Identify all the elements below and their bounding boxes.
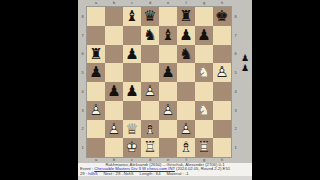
piece-black-pawn[interactable]: ♟: [177, 26, 195, 45]
letterbox-left-bar: [0, 0, 78, 180]
square-a2[interactable]: [87, 120, 105, 139]
coord-label: e: [159, 0, 177, 6]
square-b1[interactable]: [105, 138, 123, 157]
piece-black-pawn[interactable]: ♟: [123, 82, 141, 101]
coord-label: 5: [233, 70, 238, 75]
piece-black-rook[interactable]: ♜: [87, 45, 105, 64]
material-value: -1: [185, 171, 189, 176]
coord-label: b: [105, 0, 123, 6]
piece-black-pawn[interactable]: ♟: [123, 45, 141, 64]
square-d7[interactable]: ♞: [141, 26, 159, 45]
piece-black-knight[interactable]: ♞: [177, 45, 195, 64]
square-g1[interactable]: ♜♖: [195, 138, 213, 157]
square-a6[interactable]: ♜: [87, 45, 105, 64]
square-h1[interactable]: [213, 138, 231, 157]
square-c2[interactable]: ♛♕: [123, 120, 141, 139]
piece-white-pawn[interactable]: ♟♙: [105, 120, 123, 139]
square-d4[interactable]: ♟♙: [141, 82, 159, 101]
square-b8[interactable]: [105, 7, 123, 26]
move-played[interactable]: h4h5: [88, 171, 97, 176]
coord-label: 1: [233, 145, 238, 150]
square-f8[interactable]: ♜: [177, 7, 195, 26]
chess-gui-panel: abcdefgh 87654321 ♝♛♜♚♞♝♟♟♜♟♞♟♟♞♘♟♙♟♟♟♙♟…: [78, 0, 252, 180]
piece-white-queen[interactable]: ♛♕: [123, 120, 141, 139]
square-d3[interactable]: [141, 101, 159, 120]
coord-label: 5: [80, 70, 85, 75]
rank-labels-left: 87654321: [80, 7, 85, 157]
letterbox-right-bar: [252, 0, 320, 180]
coord-label: 4: [80, 89, 85, 94]
material-label: Material :: [167, 171, 184, 176]
length-value: 64: [156, 171, 161, 176]
square-a7[interactable]: [87, 26, 105, 45]
square-c3[interactable]: [123, 101, 141, 120]
square-g8[interactable]: [195, 7, 213, 26]
piece-black-pawn[interactable]: ♟: [195, 26, 213, 45]
chess-board[interactable]: ♝♛♜♚♞♝♟♟♜♟♞♟♟♞♘♟♙♟♟♟♙♟♙♟♙♞♘♟♙♛♕♝♗♟♙♚♔♜♖♝…: [87, 7, 231, 157]
piece-white-pawn[interactable]: ♟♙: [141, 82, 159, 101]
square-h2[interactable]: [213, 120, 231, 139]
square-h3[interactable]: [213, 101, 231, 120]
square-b4[interactable]: ♟: [105, 82, 123, 101]
square-d8[interactable]: ♛: [141, 7, 159, 26]
coord-label: 4: [233, 89, 238, 94]
piece-white-bishop[interactable]: ♝♗: [177, 138, 195, 157]
square-e3[interactable]: ♟♙: [159, 101, 177, 120]
coord-label: 1: [80, 145, 85, 150]
piece-white-pawn[interactable]: ♟♙: [87, 101, 105, 120]
square-g2[interactable]: [195, 120, 213, 139]
square-c4[interactable]: ♟: [123, 82, 141, 101]
coord-label: a: [87, 0, 105, 6]
square-a4[interactable]: [87, 82, 105, 101]
piece-white-pawn[interactable]: ♟♙: [159, 101, 177, 120]
length-label: Length :: [140, 171, 155, 176]
letterbox-stage: abcdefgh 87654321 ♝♛♜♚♞♝♟♟♜♟♞♟♟♞♘♟♙♟♟♟♙♟…: [0, 0, 320, 180]
coord-label: 8: [233, 14, 238, 19]
square-b5[interactable]: [105, 63, 123, 82]
piece-black-queen[interactable]: ♛: [141, 7, 159, 26]
square-e6[interactable]: [159, 45, 177, 64]
piece-white-rook[interactable]: ♜♖: [141, 138, 159, 157]
coord-label: h: [213, 0, 231, 6]
square-c8[interactable]: ♝: [123, 7, 141, 26]
piece-black-bishop[interactable]: ♝: [123, 7, 141, 26]
piece-black-pawn[interactable]: ♟: [87, 63, 105, 82]
square-f2[interactable]: ♟♙: [177, 120, 195, 139]
captured-pawn-icon: ♟: [239, 53, 251, 63]
square-e4[interactable]: [159, 82, 177, 101]
square-e8[interactable]: [159, 7, 177, 26]
coord-label: 3: [233, 108, 238, 113]
piece-white-knight[interactable]: ♞♘: [195, 63, 213, 82]
piece-white-pawn[interactable]: ♟♙: [213, 63, 231, 82]
square-g5[interactable]: ♞♘: [195, 63, 213, 82]
captured-pieces-tray: ♟♟: [239, 53, 251, 73]
square-h6[interactable]: [213, 45, 231, 64]
square-c5[interactable]: [123, 63, 141, 82]
coord-label: 2: [233, 126, 238, 131]
piece-black-pawn[interactable]: ♟: [105, 82, 123, 101]
captured-pawn-icon: ♟: [239, 63, 251, 73]
square-f7[interactable]: ♟: [177, 26, 195, 45]
square-d2[interactable]: ♝♗: [141, 120, 159, 139]
square-a1[interactable]: [87, 138, 105, 157]
piece-white-bishop[interactable]: ♝♗: [141, 120, 159, 139]
square-b3[interactable]: [105, 101, 123, 120]
square-a8[interactable]: [87, 7, 105, 26]
square-h8[interactable]: ♚: [213, 7, 231, 26]
square-d1[interactable]: ♜♖: [141, 138, 159, 157]
coord-label: 8: [80, 14, 85, 19]
square-g4[interactable]: [195, 82, 213, 101]
square-h7[interactable]: [213, 26, 231, 45]
square-e5[interactable]: ♟: [159, 63, 177, 82]
coord-label: f: [177, 0, 195, 6]
square-c7[interactable]: [123, 26, 141, 45]
square-a5[interactable]: ♟: [87, 63, 105, 82]
square-g6[interactable]: [195, 45, 213, 64]
square-b6[interactable]: [105, 45, 123, 64]
coord-label: 7: [233, 33, 238, 38]
square-h4[interactable]: [213, 82, 231, 101]
square-h5[interactable]: ♟♙: [213, 63, 231, 82]
square-d5[interactable]: [141, 63, 159, 82]
coord-label: 3: [80, 108, 85, 113]
coord-label: d: [141, 0, 159, 6]
piece-black-bishop[interactable]: ♝: [159, 26, 177, 45]
square-d6[interactable]: [141, 45, 159, 64]
square-f3[interactable]: [177, 101, 195, 120]
piece-white-rook[interactable]: ♜♖: [195, 138, 213, 157]
piece-black-knight[interactable]: ♞: [141, 26, 159, 45]
file-labels-top: abcdefgh: [87, 0, 231, 6]
square-g3[interactable]: ♞♘: [195, 101, 213, 120]
square-b2[interactable]: ♟♙: [105, 120, 123, 139]
square-f4[interactable]: [177, 82, 195, 101]
move-number-label: 29 :: [80, 171, 87, 176]
square-f1[interactable]: ♝♗: [177, 138, 195, 157]
piece-white-pawn[interactable]: ♟♙: [177, 120, 195, 139]
square-e2[interactable]: [159, 120, 177, 139]
square-c1[interactable]: ♚♔: [123, 138, 141, 157]
coord-label: 6: [233, 51, 238, 56]
footer-strip: [78, 176, 252, 180]
square-b7[interactable]: [105, 26, 123, 45]
piece-black-pawn[interactable]: ♟: [159, 63, 177, 82]
piece-white-knight[interactable]: ♞♘: [195, 101, 213, 120]
square-a3[interactable]: ♟♙: [87, 101, 105, 120]
rank-labels-right: 87654321: [233, 7, 238, 157]
coord-label: 2: [80, 126, 85, 131]
square-e7[interactable]: ♝: [159, 26, 177, 45]
piece-black-king[interactable]: ♚: [213, 7, 231, 26]
square-c6[interactable]: ♟: [123, 45, 141, 64]
coord-label: c: [123, 0, 141, 6]
next-label: Next :: [104, 171, 115, 176]
square-f6[interactable]: ♞: [177, 45, 195, 64]
square-e1[interactable]: [159, 138, 177, 157]
coord-label: g: [195, 0, 213, 6]
piece-white-king[interactable]: ♚♔: [123, 138, 141, 157]
square-g7[interactable]: ♟: [195, 26, 213, 45]
square-f5[interactable]: [177, 63, 195, 82]
piece-black-rook[interactable]: ♜: [177, 7, 195, 26]
coord-label: 6: [80, 51, 85, 56]
game-info-panel: Rakhmanov, Aleksandr (2650) -- Grischuk,…: [78, 163, 252, 176]
next-move: 29...Nxh5: [116, 171, 134, 176]
coord-label: 7: [80, 33, 85, 38]
